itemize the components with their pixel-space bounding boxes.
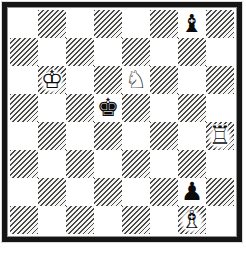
square-a1[interactable] — [10, 206, 38, 234]
square-f2[interactable] — [150, 178, 178, 206]
square-f1[interactable] — [150, 206, 178, 234]
square-g7[interactable] — [178, 38, 206, 66]
white-bishop-piece[interactable]: ♗ — [178, 206, 206, 234]
square-c5[interactable] — [66, 94, 94, 122]
square-c8[interactable] — [66, 10, 94, 38]
chess-board: ♝♔♘♚♖♟♗ — [10, 10, 234, 234]
square-d7[interactable] — [94, 38, 122, 66]
square-b4[interactable] — [38, 122, 66, 150]
square-a3[interactable] — [10, 150, 38, 178]
square-e2[interactable] — [122, 178, 150, 206]
square-b3[interactable] — [38, 150, 66, 178]
square-h2[interactable] — [206, 178, 234, 206]
square-g1[interactable]: ♗ — [178, 206, 206, 234]
square-b7[interactable] — [38, 38, 66, 66]
square-f8[interactable] — [150, 10, 178, 38]
square-a6[interactable] — [10, 66, 38, 94]
square-d2[interactable] — [94, 178, 122, 206]
square-g5[interactable] — [178, 94, 206, 122]
square-f6[interactable] — [150, 66, 178, 94]
square-f7[interactable] — [150, 38, 178, 66]
square-f5[interactable] — [150, 94, 178, 122]
square-c6[interactable] — [66, 66, 94, 94]
square-a5[interactable] — [10, 94, 38, 122]
square-c1[interactable] — [66, 206, 94, 234]
square-b6[interactable]: ♔ — [38, 66, 66, 94]
square-d6[interactable] — [94, 66, 122, 94]
square-b8[interactable] — [38, 10, 66, 38]
square-c4[interactable] — [66, 122, 94, 150]
square-g2[interactable]: ♟ — [178, 178, 206, 206]
square-h1[interactable] — [206, 206, 234, 234]
square-c3[interactable] — [66, 150, 94, 178]
black-king-piece[interactable]: ♚ — [94, 94, 122, 122]
square-d1[interactable] — [94, 206, 122, 234]
square-d8[interactable] — [94, 10, 122, 38]
square-e8[interactable] — [122, 10, 150, 38]
square-g8[interactable]: ♝ — [178, 10, 206, 38]
square-g4[interactable] — [178, 122, 206, 150]
square-a2[interactable] — [10, 178, 38, 206]
square-e1[interactable] — [122, 206, 150, 234]
square-d3[interactable] — [94, 150, 122, 178]
square-e3[interactable] — [122, 150, 150, 178]
square-e6[interactable]: ♘ — [122, 66, 150, 94]
square-h6[interactable] — [206, 66, 234, 94]
white-king-piece[interactable]: ♔ — [38, 66, 66, 94]
square-h7[interactable] — [206, 38, 234, 66]
white-rook-piece[interactable]: ♖ — [206, 122, 234, 150]
black-bishop-piece[interactable]: ♝ — [178, 10, 206, 38]
square-d4[interactable] — [94, 122, 122, 150]
square-h8[interactable] — [206, 10, 234, 38]
square-g6[interactable] — [178, 66, 206, 94]
square-c7[interactable] — [66, 38, 94, 66]
square-b2[interactable] — [38, 178, 66, 206]
square-f4[interactable] — [150, 122, 178, 150]
square-h4[interactable]: ♖ — [206, 122, 234, 150]
square-e4[interactable] — [122, 122, 150, 150]
square-h5[interactable] — [206, 94, 234, 122]
square-a7[interactable] — [10, 38, 38, 66]
square-g3[interactable] — [178, 150, 206, 178]
diagram-frame: ♝♔♘♚♖♟♗ — [2, 2, 242, 242]
square-a8[interactable] — [10, 10, 38, 38]
black-pawn-piece[interactable]: ♟ — [178, 178, 206, 206]
square-d5[interactable]: ♚ — [94, 94, 122, 122]
square-b1[interactable] — [38, 206, 66, 234]
square-b5[interactable] — [38, 94, 66, 122]
square-e5[interactable] — [122, 94, 150, 122]
square-e7[interactable] — [122, 38, 150, 66]
square-a4[interactable] — [10, 122, 38, 150]
square-f3[interactable] — [150, 150, 178, 178]
square-h3[interactable] — [206, 150, 234, 178]
square-c2[interactable] — [66, 178, 94, 206]
white-knight-piece[interactable]: ♘ — [122, 66, 150, 94]
